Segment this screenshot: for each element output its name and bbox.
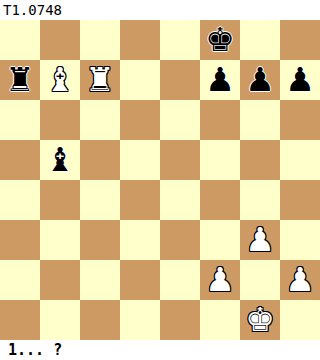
- move-prompt: 1... ?: [8, 341, 62, 359]
- black-king[interactable]: ♚: [205, 20, 235, 60]
- square-g5[interactable]: [240, 140, 280, 180]
- square-h8[interactable]: [280, 20, 320, 60]
- square-f2[interactable]: ♟: [200, 260, 240, 300]
- square-c8[interactable]: [80, 20, 120, 60]
- square-h4[interactable]: [280, 180, 320, 220]
- square-c5[interactable]: [80, 140, 120, 180]
- square-h2[interactable]: ♟: [280, 260, 320, 300]
- white-king[interactable]: ♚: [245, 300, 275, 340]
- square-c6[interactable]: [80, 100, 120, 140]
- square-e7[interactable]: [160, 60, 200, 100]
- square-e1[interactable]: [160, 300, 200, 340]
- square-f8[interactable]: ♚: [200, 20, 240, 60]
- square-e8[interactable]: [160, 20, 200, 60]
- square-b6[interactable]: [40, 100, 80, 140]
- square-g2[interactable]: [240, 260, 280, 300]
- square-c3[interactable]: [80, 220, 120, 260]
- square-e3[interactable]: [160, 220, 200, 260]
- black-pawn[interactable]: ♟: [205, 60, 235, 100]
- square-g4[interactable]: [240, 180, 280, 220]
- square-d1[interactable]: [120, 300, 160, 340]
- square-g1[interactable]: ♚: [240, 300, 280, 340]
- square-h3[interactable]: [280, 220, 320, 260]
- square-d8[interactable]: [120, 20, 160, 60]
- square-f4[interactable]: [200, 180, 240, 220]
- square-g3[interactable]: ♟: [240, 220, 280, 260]
- square-f6[interactable]: [200, 100, 240, 140]
- square-a7[interactable]: ♜: [0, 60, 40, 100]
- square-d2[interactable]: [120, 260, 160, 300]
- square-f5[interactable]: [200, 140, 240, 180]
- square-h5[interactable]: [280, 140, 320, 180]
- square-g8[interactable]: [240, 20, 280, 60]
- black-pawn[interactable]: ♟: [285, 60, 315, 100]
- white-pawn[interactable]: ♟: [285, 260, 315, 300]
- square-a8[interactable]: [0, 20, 40, 60]
- square-b8[interactable]: [40, 20, 80, 60]
- square-c4[interactable]: [80, 180, 120, 220]
- square-b2[interactable]: [40, 260, 80, 300]
- square-e6[interactable]: [160, 100, 200, 140]
- square-a1[interactable]: [0, 300, 40, 340]
- square-d7[interactable]: [120, 60, 160, 100]
- square-a6[interactable]: [0, 100, 40, 140]
- footer-bar: 1... ?: [0, 340, 320, 360]
- square-c2[interactable]: [80, 260, 120, 300]
- square-b7[interactable]: ♝: [40, 60, 80, 100]
- chess-board: ♚♜♝♜♟♟♟♝♟♟♟♚: [0, 20, 320, 340]
- title-bar: T1.0748: [0, 0, 320, 20]
- square-a4[interactable]: [0, 180, 40, 220]
- white-pawn[interactable]: ♟: [205, 260, 235, 300]
- square-f7[interactable]: ♟: [200, 60, 240, 100]
- puzzle-id: T1.0748: [3, 2, 62, 18]
- square-d3[interactable]: [120, 220, 160, 260]
- black-pawn[interactable]: ♟: [245, 60, 275, 100]
- square-d4[interactable]: [120, 180, 160, 220]
- square-a3[interactable]: [0, 220, 40, 260]
- square-b1[interactable]: [40, 300, 80, 340]
- square-h6[interactable]: [280, 100, 320, 140]
- square-e4[interactable]: [160, 180, 200, 220]
- square-d5[interactable]: [120, 140, 160, 180]
- square-c7[interactable]: ♜: [80, 60, 120, 100]
- square-b5[interactable]: ♝: [40, 140, 80, 180]
- square-g7[interactable]: ♟: [240, 60, 280, 100]
- square-g6[interactable]: [240, 100, 280, 140]
- black-bishop[interactable]: ♝: [45, 140, 75, 180]
- square-h1[interactable]: [280, 300, 320, 340]
- square-e5[interactable]: [160, 140, 200, 180]
- square-b4[interactable]: [40, 180, 80, 220]
- square-h7[interactable]: ♟: [280, 60, 320, 100]
- square-a5[interactable]: [0, 140, 40, 180]
- black-rook[interactable]: ♜: [5, 60, 35, 100]
- square-b3[interactable]: [40, 220, 80, 260]
- square-f3[interactable]: [200, 220, 240, 260]
- square-c1[interactable]: [80, 300, 120, 340]
- square-a2[interactable]: [0, 260, 40, 300]
- square-f1[interactable]: [200, 300, 240, 340]
- white-rook[interactable]: ♜: [85, 60, 115, 100]
- white-bishop[interactable]: ♝: [45, 60, 75, 100]
- square-e2[interactable]: [160, 260, 200, 300]
- square-d6[interactable]: [120, 100, 160, 140]
- white-pawn[interactable]: ♟: [245, 220, 275, 260]
